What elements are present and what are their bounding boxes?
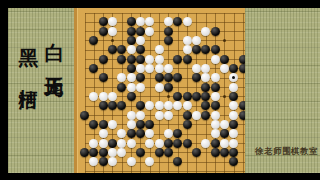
stone-white <box>145 55 154 64</box>
stone-black <box>108 45 117 54</box>
stone-white <box>229 83 238 92</box>
go-board <box>74 8 249 173</box>
stone-black <box>99 157 108 166</box>
stone-white <box>145 27 154 36</box>
stone-black <box>89 120 98 129</box>
stone-white <box>99 139 108 148</box>
stone-black <box>136 129 145 138</box>
stone-white <box>192 64 201 73</box>
stone-white <box>211 120 220 129</box>
stone-white <box>99 129 108 138</box>
stone-white <box>164 101 173 110</box>
stone-black <box>155 148 164 157</box>
stone-white <box>145 157 154 166</box>
stone-white <box>136 17 145 26</box>
stone-black <box>173 17 182 26</box>
letterbox-top <box>0 0 320 8</box>
star-point <box>223 95 226 98</box>
player-panel: 黑 柯洁 白 王元均 <box>8 8 74 173</box>
stone-black <box>127 55 136 64</box>
stone-black <box>99 73 108 82</box>
stone-white <box>136 36 145 45</box>
grid-line <box>150 13 151 174</box>
stone-white <box>229 101 238 110</box>
stone-white <box>211 129 220 138</box>
stone-black <box>192 148 201 157</box>
black-player-column: 黑 柯洁 <box>19 32 39 76</box>
stone-white <box>220 139 229 148</box>
stone-white <box>192 36 201 45</box>
stone-white <box>127 83 136 92</box>
stone-black <box>99 17 108 26</box>
stone-white <box>145 64 154 73</box>
stone-white <box>183 17 192 26</box>
stone-black <box>229 148 238 157</box>
stone-black <box>127 92 136 101</box>
white-label: 白 <box>43 27 67 28</box>
stone-black <box>136 148 145 157</box>
stone-black <box>220 55 229 64</box>
stone-white <box>136 111 145 120</box>
stone-white <box>192 111 201 120</box>
grid-line <box>243 13 244 174</box>
stone-white <box>127 45 136 54</box>
stone-white <box>164 111 173 120</box>
stone-black <box>89 148 98 157</box>
stone-white <box>145 101 154 110</box>
stone-white <box>108 120 117 129</box>
stone-black <box>192 73 201 82</box>
stone-white <box>164 129 173 138</box>
stone-white <box>145 129 154 138</box>
stone-black <box>211 148 220 157</box>
stone-black <box>173 129 182 138</box>
stone-white <box>127 120 136 129</box>
stone-black <box>229 64 238 73</box>
stone-white <box>229 111 238 120</box>
stone-black <box>80 111 89 120</box>
stone-white <box>155 139 164 148</box>
stone-black <box>164 148 173 157</box>
stone-black <box>201 111 210 120</box>
stone-black <box>211 45 220 54</box>
stone-white <box>136 64 145 73</box>
stone-black <box>108 101 117 110</box>
stone-white <box>127 157 136 166</box>
stone-white <box>164 64 173 73</box>
stone-white <box>127 111 136 120</box>
stone-black <box>173 139 182 148</box>
stone-black <box>136 45 145 54</box>
stone-white <box>229 129 238 138</box>
stone-black <box>183 139 192 148</box>
stone-white <box>211 55 220 64</box>
stone-white <box>136 83 145 92</box>
stone-black <box>192 45 201 54</box>
stone-black <box>108 139 117 148</box>
side-mat: 徐老师围棋教室 <box>245 8 320 173</box>
stone-black <box>173 55 182 64</box>
stone-white <box>201 27 210 36</box>
stone-black <box>211 83 220 92</box>
stone-white <box>108 92 117 101</box>
stone-white <box>183 45 192 54</box>
stone-white <box>155 64 164 73</box>
stone-black <box>201 83 210 92</box>
stone-black <box>164 27 173 36</box>
stone-white <box>145 139 154 148</box>
stone-white <box>220 120 229 129</box>
stone-black <box>211 139 220 148</box>
stone-black <box>201 45 210 54</box>
stone-black <box>117 55 126 64</box>
stone-black <box>229 92 238 101</box>
stone-white <box>220 64 229 73</box>
stone-white <box>127 73 136 82</box>
stone-white <box>164 17 173 26</box>
stone-white <box>155 55 164 64</box>
white-player-column: 白 王元均 <box>45 27 65 65</box>
stone-black <box>229 120 238 129</box>
stone-white <box>211 73 220 82</box>
stone-white <box>108 157 117 166</box>
stone-black <box>127 27 136 36</box>
stone-black <box>201 92 210 101</box>
stone-black <box>173 73 182 82</box>
stone-black <box>127 64 136 73</box>
stone-white <box>183 36 192 45</box>
grid-line <box>85 171 250 172</box>
stone-black <box>145 120 154 129</box>
stone-white <box>229 139 238 148</box>
stone-black <box>183 92 192 101</box>
stone-black <box>136 27 145 36</box>
stone-black <box>89 64 98 73</box>
stone-black <box>173 92 182 101</box>
stone-white <box>117 148 126 157</box>
stone-black <box>99 55 108 64</box>
stone-white <box>155 111 164 120</box>
stone-black <box>99 120 108 129</box>
stone-white <box>183 101 192 110</box>
stone-white <box>89 92 98 101</box>
stone-black <box>99 148 108 157</box>
stone-black <box>136 101 145 110</box>
stone-black <box>183 55 192 64</box>
stone-black <box>164 36 173 45</box>
stone-black <box>192 92 201 101</box>
stone-white <box>201 139 210 148</box>
stone-black <box>155 73 164 82</box>
stone-white <box>108 17 117 26</box>
stone-black <box>117 45 126 54</box>
stone-white <box>173 101 182 110</box>
stone-white <box>155 45 164 54</box>
letterbox-bottom <box>0 173 320 180</box>
stone-black <box>136 55 145 64</box>
star-point <box>223 39 226 42</box>
stone-black <box>99 101 108 110</box>
stone-black <box>211 101 220 110</box>
stone-black <box>229 157 238 166</box>
stone-black <box>127 36 136 45</box>
stone-white <box>155 83 164 92</box>
stone-white <box>201 64 210 73</box>
stone-white <box>117 129 126 138</box>
stone-white <box>99 92 108 101</box>
stone-black <box>220 129 229 138</box>
stone-black <box>201 101 210 110</box>
stone-black <box>183 120 192 129</box>
black-player-name: 柯洁 <box>18 74 40 76</box>
star-point <box>111 39 114 42</box>
stone-black <box>173 157 182 166</box>
stone-white <box>211 92 220 101</box>
white-player-name: 王元均 <box>44 62 66 65</box>
stone-black <box>89 36 98 45</box>
video-frame: { "game": "go", "board_size": 19, "playe… <box>0 0 320 180</box>
stone-black <box>164 139 173 148</box>
stone-white <box>108 148 117 157</box>
star-point <box>167 95 170 98</box>
stone-black <box>211 27 220 36</box>
stone-white <box>155 101 164 110</box>
stone-white <box>211 111 220 120</box>
stone-black <box>220 148 229 157</box>
stone-white <box>117 139 126 148</box>
stone-black <box>164 83 173 92</box>
stone-black <box>127 17 136 26</box>
stone-black <box>99 27 108 36</box>
stone-white <box>127 139 136 148</box>
stone-black <box>183 111 192 120</box>
stone-white <box>89 139 98 148</box>
watermark-text: 徐老师围棋教室 <box>255 146 318 158</box>
stone-white <box>201 73 210 82</box>
stone-white <box>145 17 154 26</box>
stone-black <box>136 120 145 129</box>
stone-white <box>89 157 98 166</box>
stone-black <box>80 148 89 157</box>
stone-black <box>164 73 173 82</box>
stone-white <box>108 27 117 36</box>
stone-black <box>136 73 145 82</box>
stone-white <box>117 73 126 82</box>
stone-black <box>117 101 126 110</box>
stone-black <box>117 83 126 92</box>
stone-black <box>127 129 136 138</box>
black-label: 黑 <box>17 32 41 33</box>
